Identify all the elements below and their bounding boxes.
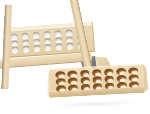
connect-four-product-photo [0,0,150,114]
hole-cell [33,45,41,52]
hole-cell [10,33,18,40]
hole-cell [44,44,52,51]
hole-cell [11,46,19,53]
hole-cell [54,30,62,37]
hole-cell [66,42,74,49]
flat-hole-panel [46,64,149,106]
hole-cell [43,31,51,38]
hole-cell [21,32,29,39]
hole-cell [32,32,40,39]
hole-cell [55,43,63,50]
hole-cell [65,29,73,36]
hole-cell [22,45,30,52]
